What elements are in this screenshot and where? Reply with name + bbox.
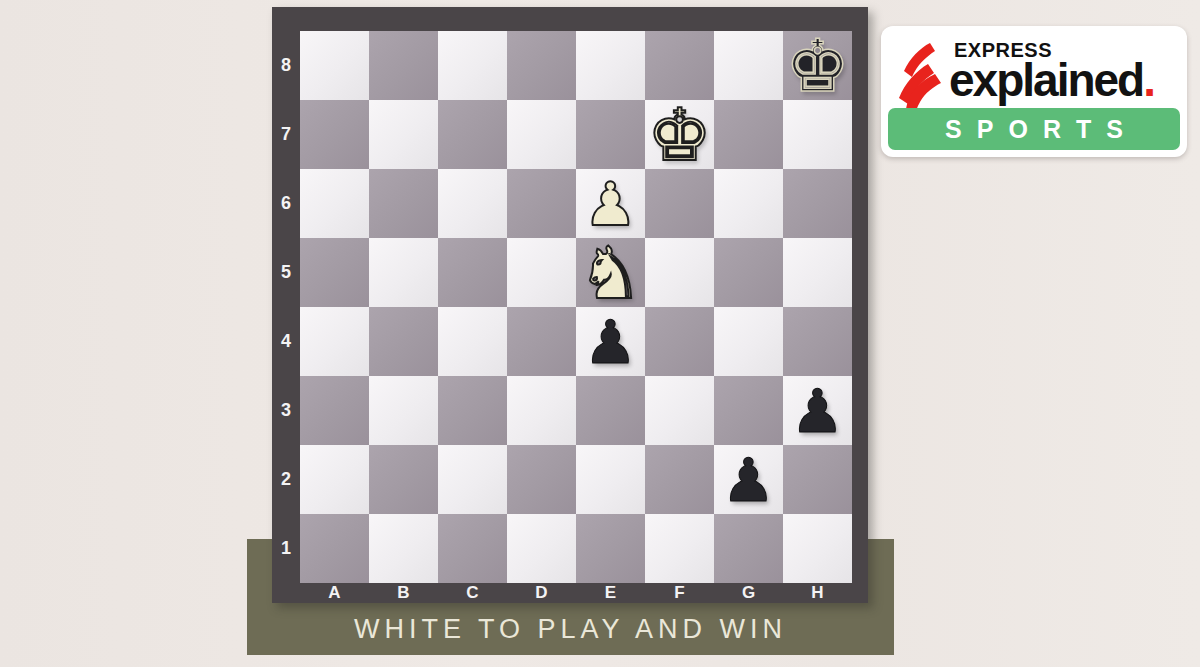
square-d6 (507, 169, 576, 238)
square-c4 (438, 307, 507, 376)
square-a8 (300, 31, 369, 100)
square-g1 (714, 514, 783, 583)
square-e7 (576, 100, 645, 169)
piece-white-pawn-e6: ♟ (584, 174, 638, 234)
square-g7 (714, 100, 783, 169)
caption-text: WHITE TO PLAY AND WIN (247, 603, 894, 655)
square-c3 (438, 376, 507, 445)
square-g5 (714, 238, 783, 307)
page: WHITE TO PLAY AND WIN 87654321 ABCDEFGH … (0, 0, 1200, 667)
square-f2 (645, 445, 714, 514)
rank-label-7: 7 (272, 100, 300, 169)
square-b7 (369, 100, 438, 169)
file-label-a: A (300, 583, 369, 603)
square-f8 (645, 31, 714, 100)
square-f4 (645, 307, 714, 376)
square-d8 (507, 31, 576, 100)
file-label-c: C (438, 583, 507, 603)
rank-label-4: 4 (272, 307, 300, 376)
rank-label-8: 8 (272, 31, 300, 100)
logo-explained-text: explained. (949, 53, 1154, 107)
square-h1 (783, 514, 852, 583)
square-d3 (507, 376, 576, 445)
file-label-e: E (576, 583, 645, 603)
square-e8 (576, 31, 645, 100)
square-h3: ♟ (783, 376, 852, 445)
square-a7 (300, 100, 369, 169)
piece-white-knight-e5: ♞ (578, 237, 643, 309)
square-a1 (300, 514, 369, 583)
file-label-b: B (369, 583, 438, 603)
square-f6 (645, 169, 714, 238)
square-h7 (783, 100, 852, 169)
square-f7: ♚ (645, 100, 714, 169)
square-h4 (783, 307, 852, 376)
rank-label-1: 1 (272, 514, 300, 583)
square-b4 (369, 307, 438, 376)
square-a5 (300, 238, 369, 307)
square-h5 (783, 238, 852, 307)
square-a2 (300, 445, 369, 514)
square-c8 (438, 31, 507, 100)
square-g3 (714, 376, 783, 445)
logo-red-dot: . (1143, 54, 1154, 106)
piece-white-king-f7: ♚ (647, 99, 712, 171)
square-e2 (576, 445, 645, 514)
square-a4 (300, 307, 369, 376)
square-d5 (507, 238, 576, 307)
square-g2: ♟ (714, 445, 783, 514)
square-f3 (645, 376, 714, 445)
square-g8 (714, 31, 783, 100)
square-h2 (783, 445, 852, 514)
square-e6: ♟ (576, 169, 645, 238)
square-b8 (369, 31, 438, 100)
rank-label-6: 6 (272, 169, 300, 238)
piece-black-pawn-g2: ♟ (722, 450, 776, 510)
square-e1 (576, 514, 645, 583)
square-f5 (645, 238, 714, 307)
square-g6 (714, 169, 783, 238)
board-squares: ♚♚♟♞♟♟♟ (300, 31, 852, 583)
file-label-h: H (783, 583, 852, 603)
square-f1 (645, 514, 714, 583)
square-c7 (438, 100, 507, 169)
square-c2 (438, 445, 507, 514)
square-g4 (714, 307, 783, 376)
file-label-g: G (714, 583, 783, 603)
square-b6 (369, 169, 438, 238)
square-e3 (576, 376, 645, 445)
logo-sports-badge: SPORTS (888, 108, 1180, 150)
logo-card: EXPRESS explained. SPORTS (881, 26, 1187, 157)
logo-sports-text: SPORTS (945, 115, 1138, 144)
square-h8: ♚ (783, 31, 852, 100)
file-label-d: D (507, 583, 576, 603)
square-c5 (438, 238, 507, 307)
piece-black-king-h8: ♚ (785, 30, 850, 102)
square-a3 (300, 376, 369, 445)
square-d1 (507, 514, 576, 583)
square-b5 (369, 238, 438, 307)
square-c1 (438, 514, 507, 583)
file-label-f: F (645, 583, 714, 603)
rank-label-2: 2 (272, 445, 300, 514)
square-h6 (783, 169, 852, 238)
square-b3 (369, 376, 438, 445)
rank-label-3: 3 (272, 376, 300, 445)
piece-black-pawn-h3: ♟ (791, 381, 845, 441)
square-b2 (369, 445, 438, 514)
piece-black-pawn-e4: ♟ (584, 312, 638, 372)
square-c6 (438, 169, 507, 238)
rank-label-5: 5 (272, 238, 300, 307)
square-e4: ♟ (576, 307, 645, 376)
logo-explained-word: explained (949, 54, 1143, 106)
file-labels: ABCDEFGH (300, 583, 852, 603)
square-d4 (507, 307, 576, 376)
square-a6 (300, 169, 369, 238)
square-b1 (369, 514, 438, 583)
chess-board: 87654321 ABCDEFGH ♚♚♟♞♟♟♟ (272, 7, 868, 603)
rank-labels: 87654321 (272, 31, 300, 583)
square-e5: ♞ (576, 238, 645, 307)
square-d7 (507, 100, 576, 169)
square-d2 (507, 445, 576, 514)
